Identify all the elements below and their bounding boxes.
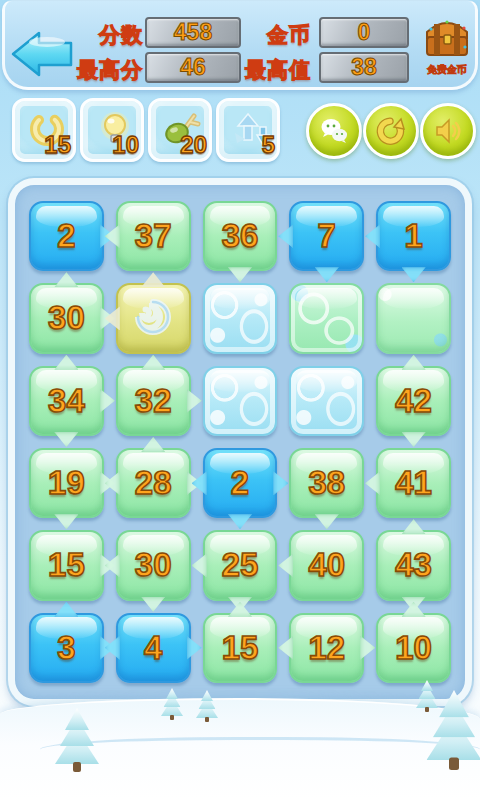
arrow-bump-up-icon [141,272,165,287]
tile-r4c2[interactable]: 25 [203,530,278,600]
arrow-bump-up-icon [141,355,165,370]
tile-number: 15 [222,629,259,667]
free-coins-label: 免费金币 [417,63,477,77]
tile-r5c1[interactable]: 4 [116,613,191,683]
tile-r2c0[interactable]: 34 [29,366,104,436]
tile-r4c0[interactable]: 15 [29,530,104,600]
powerup-hint-button[interactable]: 10 [80,98,144,162]
arrow-bump-down-icon [54,432,78,447]
arrow-bump-down-icon [315,267,339,282]
tile-r2c2[interactable] [203,366,278,436]
powerup-count: 20 [180,131,207,159]
tile-r1c2[interactable] [203,283,278,353]
arrow-bump-right-icon [187,471,202,495]
arrow-bump-right-icon [100,636,115,660]
tile-r5c2[interactable]: 15 [203,613,278,683]
arrow-bump-left-icon [192,553,207,577]
tile-r5c3[interactable]: 12 [289,613,364,683]
arrow-bump-left-icon [105,306,120,330]
tile-number: 2 [57,217,75,255]
arrow-bump-up-icon [402,355,426,370]
arrow-bump-down-icon [315,514,339,529]
tile-number: 7 [318,217,336,255]
wechat-share-button[interactable] [306,103,362,159]
tile-r4c4[interactable]: 43 [376,530,451,600]
arrow-bump-right-icon [100,553,115,577]
powerup-count: 5 [262,131,275,159]
tile-r1c0[interactable]: 30 [29,283,104,353]
best-score-value: 46 [180,54,206,80]
tile-number: 12 [308,629,345,667]
arrow-bump-up-icon [402,519,426,534]
best-score-label: 最高分 [71,56,143,84]
tile-number: 10 [395,629,432,667]
arrow-bump-right-icon [360,636,375,660]
arrow-bump-right-icon [100,306,115,330]
arrow-bump-left-icon [105,553,120,577]
best-value-label: 最高值 [239,56,311,84]
tile-number: 40 [308,546,345,584]
game-screen: 分数 458 金币 0 最高分 46 最高值 38 [0,0,480,800]
tile-r0c4[interactable]: 1 [376,201,451,271]
arrow-bump-up-icon [402,602,426,617]
tile-r2c3[interactable] [289,366,364,436]
tile-number: 28 [135,464,172,502]
tile-number: 34 [48,382,85,420]
tile-r5c0[interactable]: 3 [29,613,104,683]
arrow-bump-down-icon [54,514,78,529]
arrow-bump-left-icon [192,471,207,495]
tile-r0c2[interactable]: 36 [203,201,278,271]
arrow-bump-down-icon [402,432,426,447]
tile-number: 4 [144,629,162,667]
tornado-swirl-icon [126,289,180,347]
powerup-count: 10 [112,131,139,159]
best-value-value-box: 38 [319,52,409,83]
best-score-value-box: 46 [145,52,241,83]
coins-value-box: 0 [319,17,409,48]
score-value-box: 458 [145,17,241,48]
arrow-bump-down-icon [141,597,165,612]
arrow-bump-up-icon [54,272,78,287]
arrow-bump-up-icon [141,437,165,452]
arrow-bump-down-icon [228,514,252,529]
tile-number: 25 [222,546,259,584]
arrow-bump-up-icon [54,355,78,370]
tile-number: 42 [395,382,432,420]
arrow-bump-left-icon [365,224,380,248]
tile-number: 30 [135,546,172,584]
arrow-bump-left-icon [105,224,120,248]
tile-r0c1[interactable]: 37 [116,201,191,271]
tile-number: 41 [395,464,432,502]
snow-tree [196,690,218,722]
arrow-bump-right-icon [100,471,115,495]
tile-r0c0[interactable]: 2 [29,201,104,271]
powerup-count: 15 [44,131,71,159]
arrow-bump-left-icon [278,553,293,577]
score-value: 458 [174,19,212,45]
arrow-bump-up-icon [54,602,78,617]
snow-trail [40,737,480,762]
arrow-bump-right-icon [100,224,115,248]
arrow-bump-down-icon [402,267,426,282]
arrow-bump-left-icon [105,471,120,495]
tile-r1c4[interactable] [376,283,451,353]
tile-number: 38 [308,464,345,502]
left-arrow-icon [9,73,79,88]
tile-r3c2[interactable]: 2 [203,448,278,518]
tile-number: 3 [57,629,75,667]
toolbar: 15 10 20 [0,98,480,168]
snow-tree [161,688,183,720]
arrow-bump-left-icon [365,471,380,495]
arrow-bump-right-icon [100,389,115,413]
tile-r4c3[interactable]: 40 [289,530,364,600]
tile-number: 36 [222,217,259,255]
tile-r3c0[interactable]: 19 [29,448,104,518]
tile-number: 19 [48,464,85,502]
tile-number: 1 [404,217,422,255]
sound-button[interactable] [420,103,476,159]
coins-label: 金币 [239,21,311,49]
arrow-bump-up-icon [228,602,252,617]
tile-r1c3[interactable] [289,283,364,353]
coins-value: 0 [358,19,371,45]
arrow-bump-down-icon [228,597,252,612]
tile-number: 43 [395,546,432,584]
tile-r2c4[interactable]: 42 [376,366,451,436]
snow-tree [416,680,438,712]
powerup-hook-button[interactable]: 15 [12,98,76,162]
tile-r1c1[interactable] [116,283,191,353]
arrow-bump-right-icon [187,636,202,660]
tile-number: 2 [231,464,249,502]
tile-r0c3[interactable]: 7 [289,201,364,271]
tile-number: 15 [48,546,85,584]
arrow-bump-right-icon [273,471,288,495]
tile-number: 37 [135,217,172,255]
tile-r2c1[interactable]: 32 [116,366,191,436]
arrow-bump-left-icon [278,224,293,248]
arrow-bump-left-icon [278,636,293,660]
tile-number: 32 [135,382,172,420]
tile-r5c4[interactable]: 10 [376,613,451,683]
restart-button[interactable] [363,103,419,159]
tile-number: 30 [48,299,85,337]
tile-r3c4[interactable]: 41 [376,448,451,518]
tile-r3c1[interactable]: 28 [116,448,191,518]
arrow-bump-left-icon [105,636,120,660]
header-panel: 分数 458 金币 0 最高分 46 最高值 38 [2,0,478,90]
tile-r4c1[interactable]: 30 [116,530,191,600]
arrow-bump-down-icon [228,267,252,282]
score-label: 分数 [71,21,143,49]
powerup-shuffle-button[interactable]: 5 [216,98,280,162]
back-button[interactable] [9,27,79,85]
game-board: 2373671303432421928238411530254043341512… [8,178,472,706]
arrow-bump-down-icon [402,597,426,612]
snow-tree [55,708,99,772]
best-value-value: 38 [351,54,377,80]
free-coins-chest-button[interactable]: 免费金币 [417,7,477,83]
powerup-slingshot-button[interactable]: 20 [148,98,212,162]
arrow-bump-right-icon [187,389,202,413]
tile-r3c3[interactable]: 38 [289,448,364,518]
